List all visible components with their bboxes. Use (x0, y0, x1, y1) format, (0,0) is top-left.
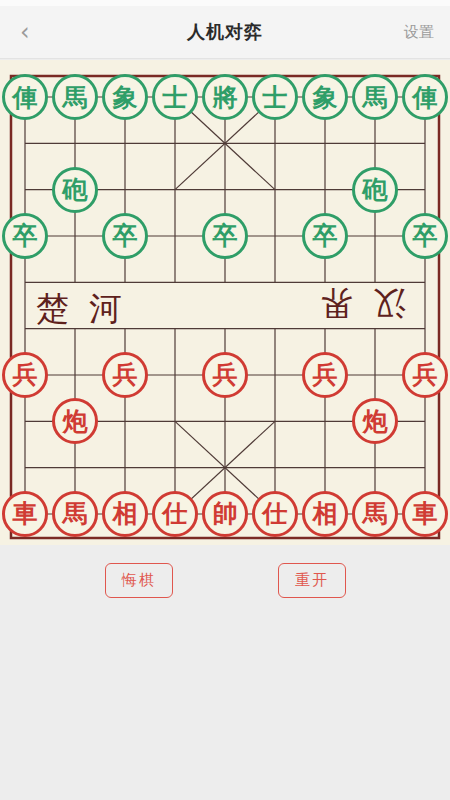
back-chevron-icon[interactable]: ‹ (14, 18, 36, 46)
settings-button[interactable]: 设置 (404, 23, 434, 42)
piece-green-將[interactable]: 將 (202, 74, 248, 120)
piece-green-卒[interactable]: 卒 (102, 213, 148, 259)
piece-green-俥[interactable]: 俥 (402, 74, 448, 120)
piece-green-士[interactable]: 士 (252, 74, 298, 120)
piece-green-象[interactable]: 象 (102, 74, 148, 120)
piece-red-兵[interactable]: 兵 (2, 352, 48, 398)
restart-game-button[interactable]: 重开 (278, 563, 346, 598)
piece-green-砲[interactable]: 砲 (52, 167, 98, 213)
piece-green-卒[interactable]: 卒 (402, 213, 448, 259)
piece-red-馬[interactable]: 馬 (352, 491, 398, 537)
piece-green-俥[interactable]: 俥 (2, 74, 48, 120)
piece-red-仕[interactable]: 仕 (252, 491, 298, 537)
piece-green-卒[interactable]: 卒 (2, 213, 48, 259)
header: ‹ 人机对弈 设置 (0, 6, 450, 59)
piece-green-馬[interactable]: 馬 (52, 74, 98, 120)
piece-green-卒[interactable]: 卒 (302, 213, 348, 259)
river-text-chu-he: 楚河 (36, 287, 142, 325)
piece-green-象[interactable]: 象 (302, 74, 348, 120)
undo-move-button[interactable]: 悔棋 (105, 563, 173, 598)
piece-red-炮[interactable]: 炮 (52, 398, 98, 444)
piece-red-車[interactable]: 車 (2, 491, 48, 537)
piece-red-仕[interactable]: 仕 (152, 491, 198, 537)
piece-red-帥[interactable]: 帥 (202, 491, 248, 537)
piece-red-兵[interactable]: 兵 (302, 352, 348, 398)
piece-red-兵[interactable]: 兵 (202, 352, 248, 398)
piece-green-卒[interactable]: 卒 (202, 213, 248, 259)
piece-red-兵[interactable]: 兵 (402, 352, 448, 398)
piece-red-車[interactable]: 車 (402, 491, 448, 537)
piece-red-馬[interactable]: 馬 (52, 491, 98, 537)
piece-red-炮[interactable]: 炮 (352, 398, 398, 444)
piece-red-相[interactable]: 相 (302, 491, 348, 537)
piece-red-兵[interactable]: 兵 (102, 352, 148, 398)
piece-green-砲[interactable]: 砲 (352, 167, 398, 213)
river-text-han-jie: 汉界 (300, 287, 406, 325)
piece-green-士[interactable]: 士 (152, 74, 198, 120)
page-title: 人机对弈 (187, 20, 263, 44)
piece-red-相[interactable]: 相 (102, 491, 148, 537)
piece-green-馬[interactable]: 馬 (352, 74, 398, 120)
xiangqi-board[interactable]: 楚河 汉界 俥馬象士將士象馬俥砲砲卒卒卒卒卒兵兵兵兵兵炮炮車馬相仕帥仕相馬車 (0, 60, 450, 545)
